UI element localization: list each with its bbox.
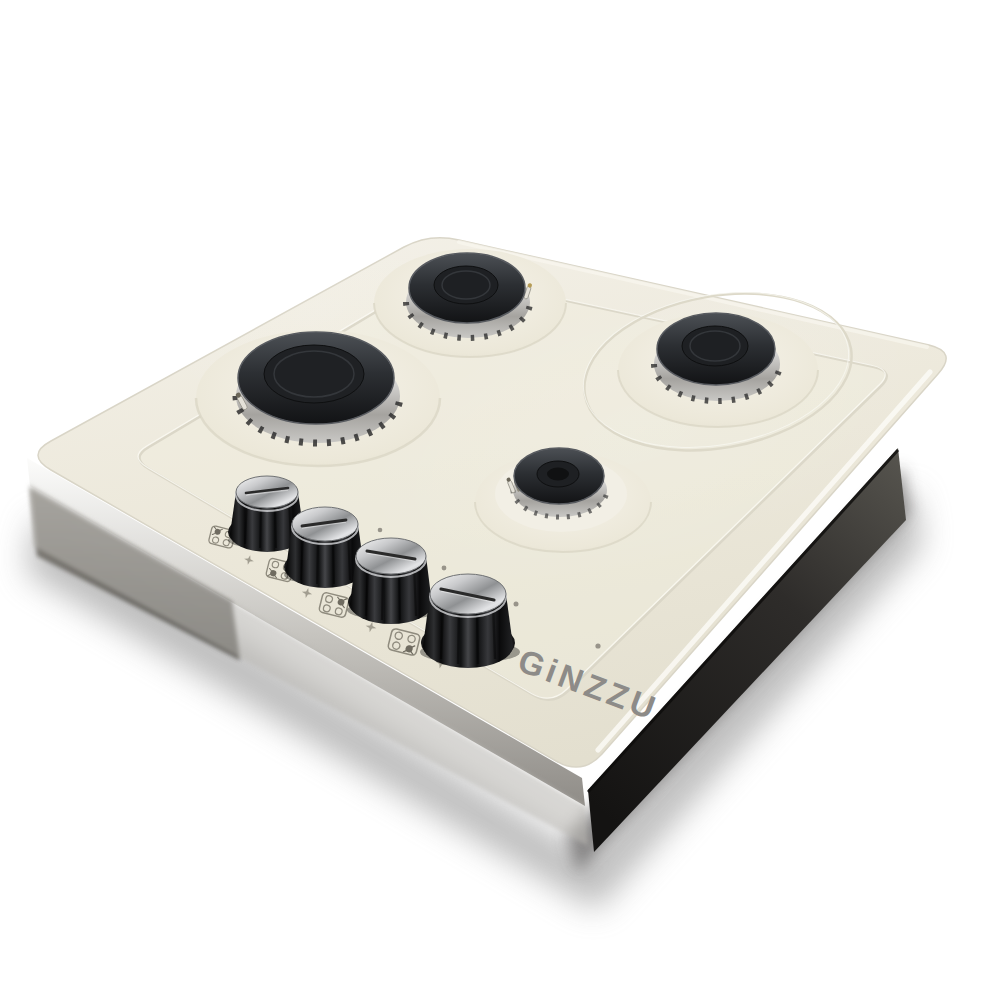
burner-rear-left (374, 249, 566, 357)
product-photo: GiNZZU (0, 0, 1000, 1000)
burner-knob-3 (347, 538, 439, 624)
cap-recess (682, 326, 748, 366)
knob-position-dot (442, 566, 447, 571)
gas-hob-illustration: GiNZZU (0, 0, 1000, 1000)
knob-position-dot (378, 528, 383, 533)
knob-position-dot (514, 602, 519, 607)
cap-center-dimple (547, 468, 569, 481)
knob-position-dot (595, 643, 600, 648)
cap-recess (264, 345, 364, 403)
burner-front-left (196, 330, 440, 466)
